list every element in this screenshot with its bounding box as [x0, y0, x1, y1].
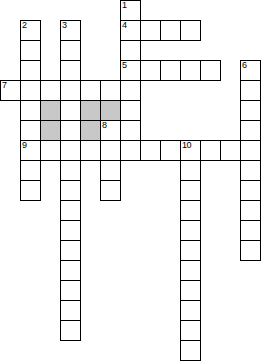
crossword-cell-r3-c10[interactable] — [200, 60, 221, 81]
crossword-cell-r6-c5[interactable]: 8 — [100, 120, 121, 141]
blocked-cell-r5-c2 — [40, 100, 61, 121]
blocked-cell-r5-c5 — [100, 100, 121, 121]
crossword-cell-r3-c1[interactable] — [20, 60, 41, 81]
crossword-cell-r2-c1[interactable] — [20, 40, 41, 61]
crossword-cell-r8-c5[interactable] — [100, 160, 121, 181]
crossword-cell-r6-c3[interactable] — [60, 120, 81, 141]
clue-number-8: 8 — [102, 121, 107, 130]
crossword-cell-r4-c5[interactable] — [100, 80, 121, 101]
crossword-cell-r1-c6[interactable]: 4 — [120, 20, 141, 41]
crossword-cell-r4-c6[interactable] — [120, 80, 141, 101]
crossword-cell-r9-c9[interactable] — [180, 180, 201, 201]
crossword-cell-r1-c9[interactable] — [180, 20, 201, 41]
crossword-cell-r16-c9[interactable] — [180, 320, 201, 341]
crossword-cell-r7-c12[interactable] — [240, 140, 261, 161]
crossword-cell-r1-c3[interactable]: 3 — [60, 20, 81, 41]
crossword-cell-r5-c6[interactable] — [120, 100, 141, 121]
crossword-cell-r2-c3[interactable] — [60, 40, 81, 61]
crossword-cell-r8-c9[interactable] — [180, 160, 201, 181]
crossword-cell-r0-c6[interactable]: 1 — [120, 0, 141, 21]
crossword-cell-r12-c12[interactable] — [240, 240, 261, 261]
crossword-cell-r9-c5[interactable] — [100, 180, 121, 201]
clue-number-3: 3 — [62, 21, 67, 30]
crossword-cell-r8-c1[interactable] — [20, 160, 41, 181]
crossword-cell-r10-c9[interactable] — [180, 200, 201, 221]
crossword-cell-r6-c1[interactable] — [20, 120, 41, 141]
crossword-cell-r15-c9[interactable] — [180, 300, 201, 321]
crossword-cell-r9-c12[interactable] — [240, 180, 261, 201]
crossword-cell-r7-c1[interactable]: 9 — [20, 140, 41, 161]
blocked-cell-r6-c2 — [40, 120, 61, 141]
crossword-cell-r12-c9[interactable] — [180, 240, 201, 261]
crossword-cell-r7-c3[interactable] — [60, 140, 81, 161]
crossword-cell-r17-c9[interactable] — [180, 340, 201, 361]
crossword-cell-r4-c4[interactable] — [80, 80, 101, 101]
clue-number-7: 7 — [2, 81, 7, 90]
crossword-cell-r15-c3[interactable] — [60, 300, 81, 321]
clue-number-1: 1 — [122, 1, 127, 10]
crossword-cell-r7-c8[interactable] — [160, 140, 181, 161]
crossword-cell-r14-c3[interactable] — [60, 280, 81, 301]
crossword-cell-r3-c6[interactable]: 5 — [120, 60, 141, 81]
crossword-cell-r5-c12[interactable] — [240, 100, 261, 121]
crossword-cell-r14-c9[interactable] — [180, 280, 201, 301]
crossword-cell-r13-c9[interactable] — [180, 260, 201, 281]
crossword-cell-r13-c3[interactable] — [60, 260, 81, 281]
crossword-cell-r2-c6[interactable] — [120, 40, 141, 61]
crossword-cell-r7-c2[interactable] — [40, 140, 61, 161]
crossword-cell-r1-c1[interactable]: 2 — [20, 20, 41, 41]
crossword-cell-r7-c9[interactable]: 10 — [180, 140, 201, 161]
clue-number-6: 6 — [242, 61, 247, 70]
clue-number-2: 2 — [22, 21, 27, 30]
crossword-cell-r1-c7[interactable] — [140, 20, 161, 41]
crossword-cell-r8-c3[interactable] — [60, 160, 81, 181]
crossword-cell-r10-c3[interactable] — [60, 200, 81, 221]
crossword-cell-r7-c6[interactable] — [120, 140, 141, 161]
crossword-cell-r4-c12[interactable] — [240, 80, 261, 101]
crossword-cell-r7-c10[interactable] — [200, 140, 221, 161]
crossword-cell-r3-c8[interactable] — [160, 60, 181, 81]
crossword-cell-r4-c0[interactable]: 7 — [0, 80, 21, 101]
clue-number-10: 10 — [182, 141, 191, 150]
crossword-cell-r5-c1[interactable] — [20, 100, 41, 121]
crossword-cell-r12-c3[interactable] — [60, 240, 81, 261]
crossword-cell-r16-c3[interactable] — [60, 320, 81, 341]
crossword-cell-r4-c2[interactable] — [40, 80, 61, 101]
crossword-cell-r3-c7[interactable] — [140, 60, 161, 81]
crossword-cell-r6-c12[interactable] — [240, 120, 261, 141]
clue-number-5: 5 — [122, 61, 127, 70]
crossword-cell-r1-c8[interactable] — [160, 20, 181, 41]
clue-number-9: 9 — [22, 141, 27, 150]
crossword-cell-r7-c7[interactable] — [140, 140, 161, 161]
crossword-cell-r3-c3[interactable] — [60, 60, 81, 81]
crossword-cell-r9-c1[interactable] — [20, 180, 41, 201]
crossword-cell-r3-c12[interactable]: 6 — [240, 60, 261, 81]
blocked-cell-r6-c4 — [80, 120, 101, 141]
crossword-board: 12345678910 — [0, 0, 261, 361]
crossword-cell-r5-c3[interactable] — [60, 100, 81, 121]
crossword-cell-r6-c6[interactable] — [120, 120, 141, 141]
crossword-cell-r11-c9[interactable] — [180, 220, 201, 241]
crossword-cell-r4-c1[interactable] — [20, 80, 41, 101]
crossword-cell-r11-c12[interactable] — [240, 220, 261, 241]
blocked-cell-r5-c4 — [80, 100, 101, 121]
crossword-cell-r8-c12[interactable] — [240, 160, 261, 181]
crossword-cell-r7-c11[interactable] — [220, 140, 241, 161]
crossword-cell-r4-c3[interactable] — [60, 80, 81, 101]
clue-number-4: 4 — [122, 21, 127, 30]
crossword-cell-r10-c12[interactable] — [240, 200, 261, 221]
crossword-cell-r9-c3[interactable] — [60, 180, 81, 201]
crossword-cell-r7-c5[interactable] — [100, 140, 121, 161]
crossword-cell-r7-c4[interactable] — [80, 140, 101, 161]
crossword-cell-r3-c9[interactable] — [180, 60, 201, 81]
crossword-cell-r11-c3[interactable] — [60, 220, 81, 241]
